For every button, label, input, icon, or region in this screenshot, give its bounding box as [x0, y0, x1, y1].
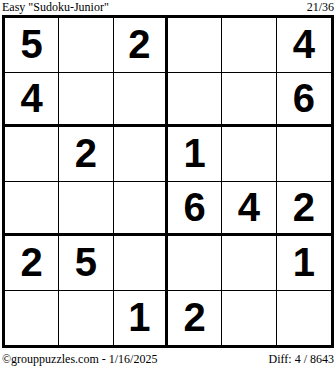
- cell-r3c5[interactable]: [222, 127, 276, 182]
- sudoku-board: 524462164225112: [2, 15, 334, 348]
- cell-r3c3[interactable]: [114, 127, 168, 182]
- cell-r4c1[interactable]: [5, 182, 59, 237]
- cell-r2c3[interactable]: [114, 73, 168, 128]
- copyright-text: ©grouppuzzles.com - 1/16/2025: [2, 353, 157, 366]
- cell-r6c1[interactable]: [5, 291, 59, 346]
- cell-r5c2[interactable]: 5: [59, 236, 113, 291]
- cell-r4c5[interactable]: 4: [222, 182, 276, 237]
- cell-r1c2[interactable]: [59, 18, 113, 73]
- cell-r4c6[interactable]: 2: [277, 182, 331, 237]
- cell-r5c6[interactable]: 1: [277, 236, 331, 291]
- cell-r1c6[interactable]: 4: [277, 18, 331, 73]
- cell-r6c6[interactable]: [277, 291, 331, 346]
- difficulty-text: Diff: 4 / 8643: [269, 353, 334, 366]
- cell-r4c3[interactable]: [114, 182, 168, 237]
- cell-r4c2[interactable]: [59, 182, 113, 237]
- puzzle-page: Easy "Sudoku-Junior" 21/36 5244621642251…: [0, 0, 336, 370]
- cell-r2c4[interactable]: [168, 73, 222, 128]
- cell-r2c6[interactable]: 6: [277, 73, 331, 128]
- cell-r1c1[interactable]: 5: [5, 18, 59, 73]
- cell-r1c3[interactable]: 2: [114, 18, 168, 73]
- cell-r1c4[interactable]: [168, 18, 222, 73]
- cell-r1c5[interactable]: [222, 18, 276, 73]
- cell-r3c4[interactable]: 1: [168, 127, 222, 182]
- puzzle-title: Easy "Sudoku-Junior": [2, 1, 109, 14]
- cell-r6c2[interactable]: [59, 291, 113, 346]
- cell-r4c4[interactable]: 6: [168, 182, 222, 237]
- cell-r3c1[interactable]: [5, 127, 59, 182]
- cell-r2c2[interactable]: [59, 73, 113, 128]
- cell-r6c5[interactable]: [222, 291, 276, 346]
- cell-r6c4[interactable]: 2: [168, 291, 222, 346]
- cell-r3c6[interactable]: [277, 127, 331, 182]
- cell-r2c1[interactable]: 4: [5, 73, 59, 128]
- cell-r5c1[interactable]: 2: [5, 236, 59, 291]
- cell-r2c5[interactable]: [222, 73, 276, 128]
- cell-r5c5[interactable]: [222, 236, 276, 291]
- cell-r3c2[interactable]: 2: [59, 127, 113, 182]
- header: Easy "Sudoku-Junior" 21/36: [2, 0, 334, 14]
- footer: ©grouppuzzles.com - 1/16/2025 Diff: 4 / …: [2, 353, 334, 367]
- cell-r5c4[interactable]: [168, 236, 222, 291]
- cell-r6c3[interactable]: 1: [114, 291, 168, 346]
- puzzle-counter: 21/36: [307, 1, 334, 14]
- cell-r5c3[interactable]: [114, 236, 168, 291]
